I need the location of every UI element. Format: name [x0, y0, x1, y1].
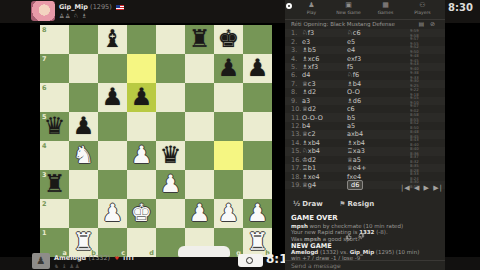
- square-g3[interactable]: [214, 170, 243, 199]
- player-name: Gip_Mip: [59, 3, 88, 11]
- player-name-bottom: Amelogd (1332) ♥ IIII: [54, 254, 135, 262]
- move-number: 6.: [291, 71, 302, 79]
- black-pawn-d6[interactable]: ♟: [127, 83, 156, 112]
- draw-icon: ½: [293, 200, 300, 208]
- new-rating-line: Your new Rapid rating is 1332 (-8).: [291, 229, 388, 235]
- black-move[interactable]: e4: [347, 46, 392, 54]
- tab-new-game[interactable]: ▣New Game: [330, 1, 367, 18]
- move-number: 12.: [291, 122, 302, 130]
- square-a2[interactable]: 2: [40, 199, 69, 228]
- opening-name: Réti Opening: Black Mustang Defense: [291, 21, 419, 27]
- black-king-g8[interactable]: ♚: [214, 25, 243, 54]
- black-move[interactable]: O-O: [347, 88, 392, 96]
- square-d2[interactable]: ♚: [127, 199, 156, 228]
- move-nav-controls[interactable]: |◀ ◀ ▶ ▶|: [401, 184, 443, 192]
- move-row-14: 14.♗xb4♗xb48:438:40: [285, 139, 445, 147]
- floating-pill: [178, 246, 230, 257]
- move-number: 19.: [291, 181, 302, 189]
- country-flag-icon: [116, 5, 124, 10]
- white-move[interactable]: a3: [302, 97, 347, 105]
- move-number: 3.: [291, 46, 302, 54]
- black-bishop-c8[interactable]: ♝: [98, 25, 127, 54]
- black-move[interactable]: ♘f6: [347, 71, 392, 79]
- square-c6[interactable]: ♟: [98, 83, 127, 112]
- move-row-11: 11.O-O-Ob58:588:55: [285, 113, 445, 121]
- black-move[interactable]: ♕a5: [347, 156, 392, 164]
- move-row-5: 5.♗xf3f59:439:40: [285, 63, 445, 71]
- white-move[interactable]: ♗xb4: [302, 139, 347, 147]
- black-move[interactable]: ♖xa3: [347, 147, 392, 155]
- black-rook-a3[interactable]: ♜: [40, 170, 69, 199]
- square-d7[interactable]: [127, 54, 156, 83]
- black-pawn-g7[interactable]: ♟: [214, 54, 243, 83]
- move-row-15: 15.♘xb4♖xa38:408:36: [285, 147, 445, 155]
- move-number: 4.: [291, 55, 302, 63]
- move-row-12: 12.b4a58:528:50: [285, 122, 445, 130]
- move-number: 16.: [291, 156, 302, 164]
- white-move[interactable]: ♘xb4: [302, 147, 347, 155]
- black-move[interactable]: e5: [347, 38, 392, 46]
- white-move[interactable]: d4: [302, 71, 347, 79]
- white-move[interactable]: ♕c2: [302, 130, 347, 138]
- square-f3[interactable]: [185, 170, 214, 199]
- tab-players[interactable]: ⚇Players: [404, 1, 441, 18]
- black-move[interactable]: d6: [347, 181, 392, 189]
- chess-board[interactable]: 8♝♜♚7♟♟6♟♟5♛♟4♞♟♛3♜♟2♟♚♟♟♟1ab♜cdefgh♜: [40, 25, 272, 257]
- black-pawn-h7[interactable]: ♟: [243, 54, 272, 83]
- game-over-result: mpsh won by checkmate (10 min rated): [291, 223, 403, 229]
- thumbs-up-icon[interactable]: [345, 233, 352, 240]
- white-move[interactable]: ♗xf3: [302, 63, 347, 71]
- move-row-18: 18.♗xe4fxe48:338:24: [285, 172, 445, 180]
- move-number: 10.: [291, 105, 302, 113]
- square-b3[interactable]: [69, 170, 98, 199]
- square-e5[interactable]: [156, 112, 185, 141]
- black-move[interactable]: ♕e4+: [347, 164, 392, 172]
- white-move[interactable]: ♗xc6: [302, 55, 347, 63]
- square-g6[interactable]: [214, 83, 243, 112]
- tab-games[interactable]: ▦Games: [367, 1, 404, 18]
- move-number: 14.: [291, 139, 302, 147]
- square-b1[interactable]: b♜: [69, 228, 98, 257]
- square-d1[interactable]: d: [127, 228, 156, 257]
- white-move[interactable]: ♗b5: [302, 46, 347, 54]
- clock-button[interactable]: [238, 254, 263, 267]
- square-e3[interactable]: ♟: [156, 170, 185, 199]
- square-a6[interactable]: 6: [40, 83, 69, 112]
- move-row-2: 2.e3e59:579:55: [285, 37, 445, 45]
- white-knight-b4[interactable]: ♞: [69, 141, 98, 170]
- square-d6[interactable]: ♟: [127, 83, 156, 112]
- move-number: 18.: [291, 173, 302, 181]
- square-a3[interactable]: 3♜: [40, 170, 69, 199]
- file-label: d: [149, 249, 154, 257]
- square-a7[interactable]: 7: [40, 54, 69, 83]
- white-move[interactable]: ♗xe4: [302, 173, 347, 181]
- white-move[interactable]: ♔d2: [302, 156, 347, 164]
- white-king-d2[interactable]: ♚: [127, 199, 156, 228]
- black-move[interactable]: c6: [347, 105, 392, 113]
- square-h7[interactable]: ♟: [243, 54, 272, 83]
- chat-input[interactable]: Send a message: [291, 262, 341, 269]
- avatar[interactable]: [31, 1, 55, 21]
- move-number: 9.: [291, 97, 302, 105]
- move-row-4: 4.♗xc6exf39:489:45: [285, 54, 445, 62]
- square-c1[interactable]: c: [98, 228, 127, 257]
- square-g4[interactable]: [214, 141, 243, 170]
- move-times: 9:309:25: [410, 80, 419, 88]
- black-move[interactable]: ♘c6: [347, 29, 392, 37]
- move-row-3: 3.♗b5e49:529:50: [285, 46, 445, 54]
- square-e2[interactable]: [156, 199, 185, 228]
- white-pawn-c2[interactable]: ♟: [98, 199, 127, 228]
- black-move[interactable]: f5: [347, 63, 392, 71]
- rank-label: 6: [42, 84, 47, 92]
- player-name: Amelogd: [54, 254, 86, 262]
- player-rating: (1295): [90, 3, 112, 11]
- square-g7[interactable]: ♟: [214, 54, 243, 83]
- white-pawn-d4[interactable]: ♟: [127, 141, 156, 170]
- square-d3[interactable]: [127, 170, 156, 199]
- square-c2[interactable]: ♟: [98, 199, 127, 228]
- tab-players-icon: ⚇: [404, 1, 441, 10]
- square-h8[interactable]: [243, 25, 272, 54]
- white-move[interactable]: ♕c3: [302, 80, 347, 88]
- rank-label: 8: [42, 26, 47, 34]
- move-number: 1.: [291, 29, 302, 37]
- black-pawn-c6[interactable]: ♟: [98, 83, 127, 112]
- square-f6[interactable]: [185, 83, 214, 112]
- white-move[interactable]: ♕g4: [302, 181, 347, 189]
- sidebar-panel: ♟Play▣New Game▦Games⚇Players Réti Openin…: [285, 0, 445, 270]
- tab-play-icon: ♟: [293, 1, 330, 10]
- draw-button[interactable]: ½Draw: [293, 200, 323, 208]
- white-pawn-f2[interactable]: ♟: [185, 199, 214, 228]
- black-move[interactable]: ♗b4: [347, 80, 392, 88]
- move-row-10: 10.♕d2c69:079:02: [285, 105, 445, 113]
- game-controls: ½Draw ⚑Resign: [293, 200, 388, 208]
- move-row-7: 7.♕c3♗b49:309:25: [285, 80, 445, 88]
- capture-tally: IIII: [123, 255, 134, 261]
- move-row-6: 6.d4♘f69:389:33: [285, 71, 445, 79]
- square-e8[interactable]: [156, 25, 185, 54]
- top-clock: 8:30: [448, 2, 473, 13]
- move-row-17: 17.♖b1♕e4+8:358:28: [285, 164, 445, 172]
- square-f8[interactable]: ♜: [185, 25, 214, 54]
- square-f5[interactable]: [185, 112, 214, 141]
- black-move[interactable]: ♗xb4: [347, 139, 392, 147]
- white-move[interactable]: b4: [302, 122, 347, 130]
- rank-label: 2: [42, 200, 47, 208]
- move-number: 7.: [291, 80, 302, 88]
- square-a8[interactable]: 8: [40, 25, 69, 54]
- rank-label: 1: [42, 229, 47, 237]
- clock-icon: [246, 257, 253, 264]
- white-move[interactable]: ♗d2: [302, 88, 347, 96]
- move-row-16: 16.♔d2♕a58:378:32: [285, 156, 445, 164]
- player-rating: (1332): [88, 254, 110, 262]
- move-row-9: 9.a3♗d69:159:10: [285, 97, 445, 105]
- square-f4[interactable]: [185, 141, 214, 170]
- white-move[interactable]: e3: [302, 38, 347, 46]
- move-number: 17.: [291, 164, 302, 172]
- white-move[interactable]: ♖b1: [302, 164, 347, 172]
- white-move[interactable]: O-O-O: [302, 114, 347, 122]
- square-d5[interactable]: [127, 112, 156, 141]
- square-e6[interactable]: [156, 83, 185, 112]
- square-b8[interactable]: [69, 25, 98, 54]
- square-h5[interactable]: [243, 112, 272, 141]
- move-number: 8.: [291, 88, 302, 96]
- divider: [285, 260, 445, 261]
- square-d4[interactable]: ♟: [127, 141, 156, 170]
- black-rook-f8[interactable]: ♜: [185, 25, 214, 54]
- move-times: 8:378:32: [410, 156, 419, 164]
- square-e7[interactable]: [156, 54, 185, 83]
- square-c3[interactable]: [98, 170, 127, 199]
- square-h3[interactable]: [243, 170, 272, 199]
- resign-flag-icon: ⚑: [339, 200, 345, 208]
- move-number: 15.: [291, 147, 302, 155]
- square-b2[interactable]: [69, 199, 98, 228]
- white-pawn-e3[interactable]: ♟: [156, 170, 185, 199]
- square-f7[interactable]: [185, 54, 214, 83]
- square-g8[interactable]: ♚: [214, 25, 243, 54]
- square-h2[interactable]: ♟: [243, 199, 272, 228]
- avatar[interactable]: ♟: [32, 253, 50, 269]
- move-times: 8:438:40: [410, 139, 419, 147]
- move-row-13: 13.♕c2axb48:488:45: [285, 130, 445, 138]
- tab-new-game-icon: ▣: [330, 1, 367, 10]
- white-pawn-g2[interactable]: ♟: [214, 199, 243, 228]
- black-move[interactable]: a5: [347, 122, 392, 130]
- square-h6[interactable]: [243, 83, 272, 112]
- square-e4[interactable]: ♛: [156, 141, 185, 170]
- white-move[interactable]: ♘f3: [302, 29, 347, 37]
- move-row-1: 1.♘f3♘c69:599:58: [285, 29, 445, 37]
- square-c5[interactable]: [98, 112, 127, 141]
- square-b6[interactable]: [69, 83, 98, 112]
- captured-pieces-top: ♙♙ ♘ ♗: [59, 12, 87, 19]
- player-name-top: Gip_Mip (1295): [59, 3, 124, 11]
- black-move[interactable]: axb4: [347, 130, 392, 138]
- square-c4[interactable]: [98, 141, 127, 170]
- black-move[interactable]: ♗d6: [347, 97, 392, 105]
- black-move[interactable]: b5: [347, 114, 392, 122]
- black-pawn-b5[interactable]: ♟: [69, 112, 98, 141]
- status-indicator-icon: [286, 3, 292, 9]
- square-d8[interactable]: [127, 25, 156, 54]
- square-b7[interactable]: [69, 54, 98, 83]
- move-number: 5.: [291, 63, 302, 71]
- tab-play[interactable]: ♟Play: [293, 1, 330, 18]
- move-number: 11.: [291, 114, 302, 122]
- thumbs-down-icon[interactable]: [358, 233, 365, 240]
- square-a5[interactable]: 5♛: [40, 112, 69, 141]
- app-window: Gip_Mip (1295) ♙♙ ♘ ♗ 8:30 8♝♜♚7♟♟6♟♟5♛♟…: [0, 0, 480, 270]
- resign-button[interactable]: ⚑Resign: [339, 200, 374, 208]
- tab-games-icon: ▦: [367, 1, 404, 10]
- move-row-8: 8.♗d2O-O9:229:18: [285, 88, 445, 96]
- move-number: 13.: [291, 130, 302, 138]
- square-b4[interactable]: ♞: [69, 141, 98, 170]
- square-b5[interactable]: ♟: [69, 112, 98, 141]
- square-a4[interactable]: 4: [40, 141, 69, 170]
- move-number: 2.: [291, 38, 302, 46]
- move-list: 1.♘f3♘c69:599:582.e3e59:579:553.♗b5e49:5…: [285, 29, 445, 189]
- heart-icon: ♥: [114, 255, 118, 261]
- black-move[interactable]: exf3: [347, 55, 392, 63]
- square-g2[interactable]: ♟: [214, 199, 243, 228]
- white-pawn-h2[interactable]: ♟: [243, 199, 272, 228]
- square-c7[interactable]: [98, 54, 127, 83]
- black-queen-e4[interactable]: ♛: [156, 141, 185, 170]
- white-rook-b1[interactable]: ♜: [69, 228, 98, 257]
- rank-label: 7: [42, 55, 47, 63]
- square-c8[interactable]: ♝: [98, 25, 127, 54]
- captured-pieces-bottom: ♞ ♝ ♟♟: [54, 263, 80, 269]
- white-move[interactable]: ♕d2: [302, 105, 347, 113]
- sidebar-tabs: ♟Play▣New Game▦Games⚇Players: [293, 1, 441, 18]
- rank-label: 4: [42, 142, 47, 150]
- black-queen-a5[interactable]: ♛: [40, 112, 69, 141]
- opening-book-icon[interactable]: ▤ ⊘: [418, 20, 437, 27]
- square-h4[interactable]: [243, 141, 272, 170]
- square-g5[interactable]: [214, 112, 243, 141]
- game-over-title: GAME OVER: [291, 214, 338, 222]
- square-f2[interactable]: ♟: [185, 199, 214, 228]
